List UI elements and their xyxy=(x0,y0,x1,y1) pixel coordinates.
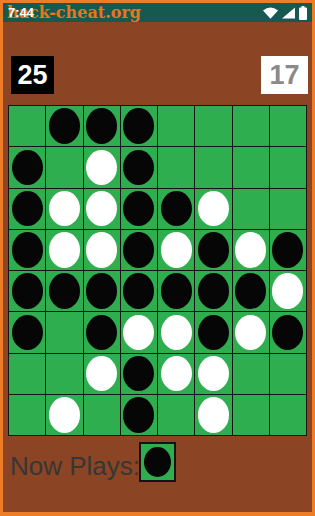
black-disc xyxy=(86,315,117,350)
board-cell-r5c5[interactable] xyxy=(158,271,194,311)
black-disc xyxy=(123,108,154,143)
black-disc xyxy=(123,191,154,226)
board-cell-r1c3[interactable] xyxy=(84,106,120,146)
white-disc xyxy=(86,232,117,267)
white-score-box: 17 xyxy=(261,56,308,94)
board-cell-r7c5[interactable] xyxy=(158,354,194,394)
board-cell-r7c8[interactable] xyxy=(270,354,306,394)
status-bar: hack-cheat.org 7:44 xyxy=(3,3,312,22)
board-cell-r7c7[interactable] xyxy=(233,354,269,394)
black-disc xyxy=(235,273,266,308)
board-cell-r8c1[interactable] xyxy=(9,395,45,435)
board-cell-r5c2[interactable] xyxy=(46,271,82,311)
board-cell-r8c3[interactable] xyxy=(84,395,120,435)
board-cell-r5c1[interactable] xyxy=(9,271,45,311)
board-cell-r5c6[interactable] xyxy=(195,271,231,311)
black-disc xyxy=(123,397,154,432)
board-cell-r3c7[interactable] xyxy=(233,189,269,229)
board-cell-r4c3[interactable] xyxy=(84,230,120,270)
app-frame: hack-cheat.org 7:44 25 17 Now Plays: xyxy=(0,0,315,516)
board-cell-r6c5[interactable] xyxy=(158,312,194,352)
board-cell-r2c3[interactable] xyxy=(84,147,120,187)
board-cell-r7c4[interactable] xyxy=(121,354,157,394)
battery-icon xyxy=(299,6,307,20)
board-cell-r3c5[interactable] xyxy=(158,189,194,229)
white-disc xyxy=(161,232,192,267)
board-cell-r6c1[interactable] xyxy=(9,312,45,352)
board-cell-r1c4[interactable] xyxy=(121,106,157,146)
board-cell-r6c7[interactable] xyxy=(233,312,269,352)
board-cell-r2c8[interactable] xyxy=(270,147,306,187)
board-cell-r8c6[interactable] xyxy=(195,395,231,435)
white-disc xyxy=(161,356,192,391)
white-disc xyxy=(49,232,80,267)
white-disc xyxy=(235,232,266,267)
black-disc xyxy=(12,191,43,226)
white-disc xyxy=(86,150,117,185)
board-cell-r8c5[interactable] xyxy=(158,395,194,435)
white-disc xyxy=(198,191,229,226)
white-disc xyxy=(123,315,154,350)
board-cell-r2c7[interactable] xyxy=(233,147,269,187)
black-disc xyxy=(161,191,192,226)
board-cell-r1c6[interactable] xyxy=(195,106,231,146)
black-disc xyxy=(123,356,154,391)
black-disc xyxy=(144,447,172,478)
black-disc xyxy=(123,232,154,267)
board-cell-r3c6[interactable] xyxy=(195,189,231,229)
signal-icon xyxy=(282,7,295,19)
board-cell-r7c2[interactable] xyxy=(46,354,82,394)
board-cell-r1c1[interactable] xyxy=(9,106,45,146)
board-cell-r4c7[interactable] xyxy=(233,230,269,270)
board-cell-r2c5[interactable] xyxy=(158,147,194,187)
board-cell-r6c3[interactable] xyxy=(84,312,120,352)
black-disc xyxy=(12,232,43,267)
white-disc xyxy=(198,356,229,391)
board-cell-r2c2[interactable] xyxy=(46,147,82,187)
black-disc xyxy=(123,273,154,308)
board-cell-r8c7[interactable] xyxy=(233,395,269,435)
board-cell-r2c6[interactable] xyxy=(195,147,231,187)
board-cell-r6c2[interactable] xyxy=(46,312,82,352)
board-cell-r7c1[interactable] xyxy=(9,354,45,394)
board xyxy=(8,105,307,436)
board-cell-r5c8[interactable] xyxy=(270,271,306,311)
black-disc xyxy=(123,150,154,185)
app-screen: hack-cheat.org 7:44 25 17 Now Plays: xyxy=(3,3,312,512)
board-cell-r6c8[interactable] xyxy=(270,312,306,352)
board-cell-r6c4[interactable] xyxy=(121,312,157,352)
board-cell-r8c8[interactable] xyxy=(270,395,306,435)
board-cell-r5c7[interactable] xyxy=(233,271,269,311)
board-cell-r2c4[interactable] xyxy=(121,147,157,187)
black-disc xyxy=(161,273,192,308)
black-disc xyxy=(49,273,80,308)
board-cell-r3c2[interactable] xyxy=(46,189,82,229)
board-cell-r7c3[interactable] xyxy=(84,354,120,394)
black-disc xyxy=(86,273,117,308)
board-cell-r6c6[interactable] xyxy=(195,312,231,352)
board-cell-r1c2[interactable] xyxy=(46,106,82,146)
status-icons xyxy=(263,3,307,22)
black-disc xyxy=(49,108,80,143)
board-cell-r1c5[interactable] xyxy=(158,106,194,146)
wifi-icon xyxy=(263,7,278,19)
board-cell-r2c1[interactable] xyxy=(9,147,45,187)
white-disc xyxy=(49,191,80,226)
black-disc xyxy=(86,108,117,143)
black-disc xyxy=(12,315,43,350)
board-cell-r3c8[interactable] xyxy=(270,189,306,229)
white-disc xyxy=(235,315,266,350)
white-disc xyxy=(86,191,117,226)
black-disc xyxy=(272,315,303,350)
board-cell-r4c5[interactable] xyxy=(158,230,194,270)
clock-text: 7:44 xyxy=(8,3,34,22)
black-disc xyxy=(198,232,229,267)
board-cell-r3c4[interactable] xyxy=(121,189,157,229)
black-score-value: 25 xyxy=(17,60,47,91)
black-disc xyxy=(12,150,43,185)
board-cell-r8c4[interactable] xyxy=(121,395,157,435)
white-disc xyxy=(49,397,80,432)
white-score-value: 17 xyxy=(269,60,299,91)
board-cell-r4c8[interactable] xyxy=(270,230,306,270)
board-cell-r4c6[interactable] xyxy=(195,230,231,270)
board-cell-r8c2[interactable] xyxy=(46,395,82,435)
board-cell-r5c4[interactable] xyxy=(121,271,157,311)
now-plays-indicator xyxy=(139,442,176,482)
black-disc xyxy=(272,232,303,267)
black-disc xyxy=(12,273,43,308)
board-cell-r3c3[interactable] xyxy=(84,189,120,229)
black-score-box: 25 xyxy=(11,56,54,94)
board-cell-r7c6[interactable] xyxy=(195,354,231,394)
black-disc xyxy=(198,315,229,350)
black-disc xyxy=(198,273,229,308)
board-cell-r5c3[interactable] xyxy=(84,271,120,311)
board-cell-r3c1[interactable] xyxy=(9,189,45,229)
white-disc xyxy=(272,273,303,308)
white-disc xyxy=(86,356,117,391)
now-plays-label: Now Plays: xyxy=(10,451,140,482)
board-cell-r4c2[interactable] xyxy=(46,230,82,270)
white-disc xyxy=(161,315,192,350)
board-cell-r1c8[interactable] xyxy=(270,106,306,146)
board-cell-r4c4[interactable] xyxy=(121,230,157,270)
board-cell-r4c1[interactable] xyxy=(9,230,45,270)
white-disc xyxy=(198,397,229,432)
board-cell-r1c7[interactable] xyxy=(233,106,269,146)
